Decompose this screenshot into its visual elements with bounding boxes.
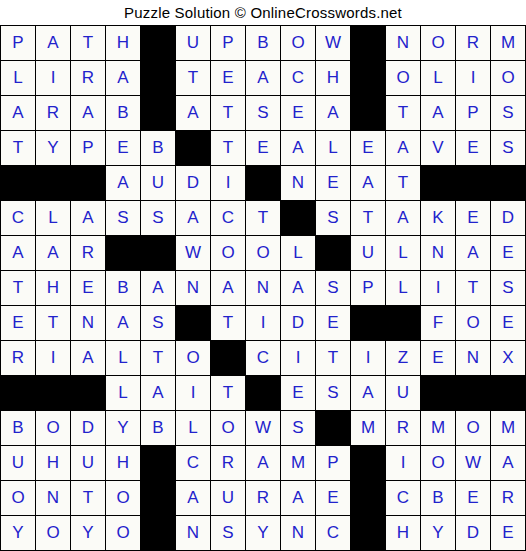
letter-cell[interactable]: I (351, 341, 385, 375)
letter-cell[interactable]: A (71, 96, 105, 130)
letter-cell[interactable]: R (71, 61, 105, 95)
black-cell (456, 376, 490, 410)
letter-cell[interactable]: A (281, 271, 315, 305)
letter-cell[interactable]: K (421, 201, 455, 235)
letter-cell[interactable]: A (1, 236, 35, 270)
black-cell (141, 516, 175, 550)
letter-cell[interactable]: X (491, 341, 525, 375)
black-cell (141, 446, 175, 480)
black-cell (491, 166, 525, 200)
letter-cell[interactable]: A (421, 96, 455, 130)
letter-cell[interactable]: C (1, 201, 35, 235)
letter-cell[interactable]: B (246, 26, 280, 60)
letter-cell[interactable]: B (421, 481, 455, 515)
letter-cell[interactable]: L (176, 411, 210, 445)
letter-cell[interactable]: R (71, 236, 105, 270)
letter-cell[interactable]: E (246, 131, 280, 165)
black-cell (106, 236, 140, 270)
letter-cell[interactable]: H (106, 446, 140, 480)
black-cell (351, 481, 385, 515)
letter-cell[interactable]: N (456, 341, 490, 375)
crossword-grid: PATHUPBOWNORMLIRATEACHOLIOARABATSEATAPST… (0, 25, 526, 551)
letter-cell[interactable]: I (421, 271, 455, 305)
letter-cell[interactable]: U (211, 481, 245, 515)
letter-cell[interactable]: Z (386, 341, 420, 375)
letter-cell[interactable]: E (351, 131, 385, 165)
letter-cell[interactable]: T (176, 61, 210, 95)
letter-cell[interactable]: Y (36, 131, 70, 165)
letter-cell[interactable]: S (316, 201, 350, 235)
letter-cell[interactable]: O (456, 306, 490, 340)
black-cell (491, 376, 525, 410)
letter-cell[interactable]: T (211, 306, 245, 340)
letter-cell[interactable]: O (36, 411, 70, 445)
letter-cell[interactable]: U (71, 446, 105, 480)
letter-cell[interactable]: Y (71, 516, 105, 550)
letter-cell[interactable]: A (246, 446, 280, 480)
letter-cell[interactable]: O (421, 446, 455, 480)
letter-cell[interactable]: E (491, 516, 525, 550)
letter-cell[interactable]: E (71, 271, 105, 305)
letter-cell[interactable]: P (456, 96, 490, 130)
letter-cell[interactable]: A (36, 236, 70, 270)
letter-cell[interactable]: S (316, 376, 350, 410)
letter-cell[interactable]: E (281, 376, 315, 410)
letter-cell[interactable]: V (421, 131, 455, 165)
letter-cell[interactable]: A (456, 236, 490, 270)
letter-cell[interactable]: N (246, 271, 280, 305)
letter-cell[interactable]: S (106, 201, 140, 235)
letter-cell[interactable]: A (71, 341, 105, 375)
black-cell (1, 376, 35, 410)
letter-cell[interactable]: U (1, 446, 35, 480)
letter-cell[interactable]: O (176, 341, 210, 375)
letter-cell[interactable]: E (456, 201, 490, 235)
black-cell (281, 201, 315, 235)
black-cell (351, 516, 385, 550)
letter-cell[interactable]: S (246, 96, 280, 130)
letter-cell[interactable]: R (386, 411, 420, 445)
letter-cell[interactable]: D (281, 306, 315, 340)
letter-cell[interactable]: T (456, 271, 490, 305)
letter-cell[interactable]: R (1, 341, 35, 375)
letter-cell[interactable]: O (246, 236, 280, 270)
letter-cell[interactable]: P (71, 131, 105, 165)
letter-cell[interactable]: A (176, 481, 210, 515)
black-cell (176, 131, 210, 165)
letter-cell[interactable]: A (491, 446, 525, 480)
black-cell (351, 61, 385, 95)
letter-cell[interactable]: P (211, 26, 245, 60)
letter-cell[interactable]: D (176, 166, 210, 200)
letter-cell[interactable]: E (281, 96, 315, 130)
letter-cell[interactable]: H (316, 61, 350, 95)
black-cell (316, 236, 350, 270)
letter-cell[interactable]: T (1, 131, 35, 165)
letter-cell[interactable]: E (421, 341, 455, 375)
letter-cell[interactable]: S (211, 516, 245, 550)
letter-cell[interactable]: N (36, 481, 70, 515)
letter-cell[interactable]: B (1, 411, 35, 445)
black-cell (421, 166, 455, 200)
letter-cell[interactable]: D (491, 201, 525, 235)
letter-cell[interactable]: E (1, 306, 35, 340)
letter-cell[interactable]: R (211, 446, 245, 480)
letter-cell[interactable]: A (176, 96, 210, 130)
letter-cell[interactable]: N (176, 516, 210, 550)
letter-cell[interactable]: E (211, 61, 245, 95)
letter-cell[interactable]: S (316, 271, 350, 305)
letter-cell[interactable]: O (211, 236, 245, 270)
black-cell (36, 166, 70, 200)
letter-cell[interactable]: S (141, 306, 175, 340)
letter-cell[interactable]: A (106, 166, 140, 200)
letter-cell[interactable]: S (491, 131, 525, 165)
letter-cell[interactable]: N (176, 271, 210, 305)
letter-cell[interactable]: A (141, 271, 175, 305)
letter-cell[interactable]: S (281, 411, 315, 445)
letter-cell[interactable]: C (246, 341, 280, 375)
letter-cell[interactable]: B (106, 96, 140, 130)
letter-cell[interactable]: H (36, 446, 70, 480)
letter-cell[interactable]: C (281, 61, 315, 95)
letter-cell[interactable]: L (316, 131, 350, 165)
letter-cell[interactable]: E (316, 306, 350, 340)
letter-cell[interactable]: I (246, 306, 280, 340)
letter-cell[interactable]: O (491, 61, 525, 95)
letter-cell[interactable]: E (491, 236, 525, 270)
letter-cell[interactable]: M (281, 446, 315, 480)
letter-cell[interactable]: O (106, 481, 140, 515)
letter-cell[interactable]: A (106, 306, 140, 340)
letter-cell[interactable]: E (491, 306, 525, 340)
letter-cell[interactable]: T (351, 201, 385, 235)
letter-cell[interactable]: D (71, 411, 105, 445)
letter-cell[interactable]: B (106, 271, 140, 305)
letter-cell[interactable]: U (141, 166, 175, 200)
letter-cell[interactable]: A (1, 96, 35, 130)
letter-cell[interactable]: A (176, 201, 210, 235)
letter-cell[interactable]: O (386, 61, 420, 95)
letter-cell[interactable]: R (246, 481, 280, 515)
letter-cell[interactable]: Y (246, 516, 280, 550)
letter-cell[interactable]: N (421, 236, 455, 270)
letter-cell[interactable]: L (1, 61, 35, 95)
page-title: Puzzle Solution © OnlineCrosswords.net (0, 0, 526, 25)
letter-cell[interactable]: H (36, 271, 70, 305)
letter-cell[interactable]: M (351, 411, 385, 445)
letter-cell[interactable]: T (71, 481, 105, 515)
letter-cell[interactable]: N (386, 26, 420, 60)
letter-cell[interactable]: T (316, 341, 350, 375)
letter-cell[interactable]: E (106, 131, 140, 165)
letter-cell[interactable]: H (106, 26, 140, 60)
black-cell (351, 96, 385, 130)
letter-cell[interactable]: I (456, 61, 490, 95)
letter-cell[interactable]: O (421, 26, 455, 60)
letter-cell[interactable]: O (36, 516, 70, 550)
letter-cell[interactable]: A (36, 26, 70, 60)
letter-cell[interactable]: U (351, 236, 385, 270)
black-cell (351, 306, 385, 340)
letter-cell[interactable]: U (176, 26, 210, 60)
letter-cell[interactable]: A (281, 481, 315, 515)
letter-cell[interactable]: M (421, 411, 455, 445)
letter-cell[interactable]: A (71, 201, 105, 235)
letter-cell[interactable]: C (211, 201, 245, 235)
black-cell (246, 166, 280, 200)
letter-cell[interactable]: E (456, 481, 490, 515)
letter-cell[interactable]: S (491, 271, 525, 305)
letter-cell[interactable]: H (386, 516, 420, 550)
black-cell (351, 446, 385, 480)
letter-cell[interactable]: Y (1, 516, 35, 550)
letter-cell[interactable]: A (351, 166, 385, 200)
letter-cell[interactable]: A (351, 376, 385, 410)
letter-cell[interactable]: W (316, 26, 350, 60)
letter-cell[interactable]: L (106, 376, 140, 410)
letter-cell[interactable]: L (281, 236, 315, 270)
black-cell (456, 166, 490, 200)
letter-cell[interactable]: A (246, 61, 280, 95)
letter-cell[interactable]: A (106, 61, 140, 95)
letter-cell[interactable]: C (316, 516, 350, 550)
letter-cell[interactable]: A (316, 96, 350, 130)
letter-cell[interactable]: W (456, 446, 490, 480)
black-cell (1, 166, 35, 200)
black-cell (211, 341, 245, 375)
letter-cell[interactable]: M (491, 411, 525, 445)
letter-cell[interactable]: A (386, 131, 420, 165)
letter-cell[interactable]: Y (421, 516, 455, 550)
letter-cell[interactable]: P (316, 446, 350, 480)
letter-cell[interactable]: T (246, 201, 280, 235)
letter-cell[interactable]: U (386, 376, 420, 410)
letter-cell[interactable]: T (386, 166, 420, 200)
letter-cell[interactable]: A (281, 131, 315, 165)
letter-cell[interactable]: I (176, 376, 210, 410)
letter-cell[interactable]: T (36, 306, 70, 340)
letter-cell[interactable]: N (281, 166, 315, 200)
letter-cell[interactable]: O (106, 516, 140, 550)
letter-cell[interactable]: C (176, 446, 210, 480)
black-cell (141, 236, 175, 270)
letter-cell[interactable]: F (421, 306, 455, 340)
black-cell (141, 96, 175, 130)
black-cell (36, 376, 70, 410)
black-cell (141, 481, 175, 515)
letter-cell[interactable]: N (71, 306, 105, 340)
letter-cell[interactable]: R (491, 481, 525, 515)
letter-cell[interactable]: T (386, 96, 420, 130)
letter-cell[interactable]: E (316, 166, 350, 200)
letter-cell[interactable]: R (456, 26, 490, 60)
letter-cell[interactable]: L (36, 201, 70, 235)
letter-cell[interactable]: S (141, 201, 175, 235)
black-cell (386, 306, 420, 340)
letter-cell[interactable]: W (246, 411, 280, 445)
letter-cell[interactable]: I (36, 61, 70, 95)
letter-cell[interactable]: P (351, 271, 385, 305)
black-cell (141, 26, 175, 60)
black-cell (246, 376, 280, 410)
black-cell (176, 306, 210, 340)
letter-cell[interactable]: B (141, 411, 175, 445)
black-cell (351, 26, 385, 60)
letter-cell[interactable]: O (1, 481, 35, 515)
letter-cell[interactable]: T (211, 376, 245, 410)
black-cell (316, 411, 350, 445)
letter-cell[interactable]: O (456, 411, 490, 445)
letter-cell[interactable]: C (386, 481, 420, 515)
letter-cell[interactable]: T (211, 131, 245, 165)
letter-cell[interactable]: L (386, 271, 420, 305)
letter-cell[interactable]: S (491, 96, 525, 130)
letter-cell[interactable]: D (456, 516, 490, 550)
letter-cell[interactable]: T (71, 26, 105, 60)
letter-cell[interactable]: E (316, 481, 350, 515)
letter-cell[interactable]: A (386, 201, 420, 235)
letter-cell[interactable]: E (456, 131, 490, 165)
black-cell (71, 376, 105, 410)
letter-cell[interactable]: L (386, 236, 420, 270)
letter-cell[interactable]: T (1, 271, 35, 305)
puzzle-solution-page: Puzzle Solution © OnlineCrosswords.net P… (0, 0, 526, 551)
black-cell (71, 166, 105, 200)
letter-cell[interactable]: L (421, 61, 455, 95)
letter-cell[interactable]: A (141, 376, 175, 410)
letter-cell[interactable]: A (211, 271, 245, 305)
black-cell (421, 376, 455, 410)
letter-cell[interactable]: I (281, 341, 315, 375)
letter-cell[interactable]: W (176, 236, 210, 270)
letter-cell[interactable]: L (106, 341, 140, 375)
letter-cell[interactable]: P (1, 26, 35, 60)
letter-cell[interactable]: T (211, 96, 245, 130)
letter-cell[interactable]: M (491, 26, 525, 60)
letter-cell[interactable]: N (281, 516, 315, 550)
letter-cell[interactable]: I (386, 446, 420, 480)
letter-cell[interactable]: T (141, 341, 175, 375)
letter-cell[interactable]: I (36, 341, 70, 375)
letter-cell[interactable]: O (281, 26, 315, 60)
letter-cell[interactable]: I (211, 166, 245, 200)
black-cell (141, 61, 175, 95)
letter-cell[interactable]: R (36, 96, 70, 130)
letter-cell[interactable]: O (211, 411, 245, 445)
letter-cell[interactable]: Y (106, 411, 140, 445)
letter-cell[interactable]: B (141, 131, 175, 165)
